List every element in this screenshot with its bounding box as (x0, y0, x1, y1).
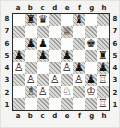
square-c2[interactable]: ♙ (37, 86, 49, 98)
square-g8[interactable] (85, 14, 97, 26)
file-label-h: h (98, 3, 110, 13)
rank-label-7: 7 (110, 25, 120, 37)
rank-label-6: 6 (110, 38, 120, 50)
white-pawn-piece: ♙ (14, 62, 24, 74)
white-pawn-piece: ♙ (50, 74, 60, 86)
white-queen-piece: ♕ (62, 26, 72, 38)
file-labels-top: abcdefgh (12, 3, 110, 13)
file-label-b: b (24, 111, 36, 121)
rank-labels-left: 87654321 (2, 13, 12, 111)
file-label-e: e (61, 3, 73, 13)
board[interactable]: ♜♛♝♕♟♟♚♟♟♟♜♙♙♟♟♙♙♙♟♖♗♙♘♔♖ (12, 13, 110, 111)
square-d8[interactable] (49, 14, 61, 26)
file-label-f: f (73, 3, 85, 13)
white-king-piece: ♔ (86, 86, 96, 98)
square-d6[interactable] (49, 38, 61, 50)
rank-label-8: 8 (110, 13, 120, 25)
square-e4[interactable]: ♙ (61, 62, 73, 74)
square-e2[interactable]: ♘ (61, 86, 73, 98)
rank-label-3: 3 (2, 74, 12, 86)
rank-label-8: 8 (2, 13, 12, 25)
black-pawn-piece: ♟ (38, 50, 48, 62)
square-c1[interactable] (37, 98, 49, 110)
white-pawn-piece: ♙ (74, 74, 84, 86)
rank-label-4: 4 (2, 62, 12, 74)
file-label-c: c (37, 3, 49, 13)
square-e1[interactable] (61, 98, 73, 110)
diagram-layout: abcdefgh 87654321 ♜♛♝♕♟♟♚♟♟♟♜♙♙♟♟♙♙♙♟♖♗♙… (1, 3, 120, 121)
square-c8[interactable]: ♛ (37, 14, 49, 26)
black-king-piece: ♚ (86, 38, 96, 50)
rank-label-2: 2 (110, 87, 120, 99)
rank-label-1: 1 (110, 99, 120, 111)
file-label-a: a (12, 3, 24, 13)
rank-labels-right: 87654321 (110, 13, 120, 111)
file-label-d: d (49, 3, 61, 13)
square-d2[interactable] (49, 86, 61, 98)
rank-label-6: 6 (2, 38, 12, 50)
square-h1[interactable]: ♖ (97, 98, 109, 110)
square-f1[interactable] (73, 98, 85, 110)
square-h3[interactable]: ♖ (97, 74, 109, 86)
square-f3[interactable]: ♙ (73, 74, 85, 86)
file-label-f: f (73, 111, 85, 121)
file-label-b: b (24, 3, 36, 13)
square-g6[interactable]: ♚ (85, 38, 97, 50)
white-bishop-piece: ♗ (26, 86, 36, 98)
file-label-a: a (12, 111, 24, 121)
white-rook-piece: ♖ (98, 98, 108, 110)
square-f8[interactable]: ♝ (73, 14, 85, 26)
rank-label-3: 3 (110, 74, 120, 86)
rank-label-7: 7 (2, 25, 12, 37)
square-a8[interactable] (13, 14, 25, 26)
rank-label-5: 5 (2, 50, 12, 62)
square-d3[interactable]: ♙ (49, 74, 61, 86)
black-bishop-piece: ♝ (74, 14, 84, 26)
file-labels-bottom: abcdefgh (12, 111, 110, 121)
rank-label-4: 4 (110, 62, 120, 74)
square-d1[interactable] (49, 98, 61, 110)
square-a1[interactable] (13, 98, 25, 110)
square-e7[interactable]: ♕ (61, 26, 73, 38)
white-knight-piece: ♘ (62, 86, 72, 98)
black-pawn-piece: ♟ (26, 38, 36, 50)
square-b6[interactable]: ♟ (25, 38, 37, 50)
square-h7[interactable] (97, 26, 109, 38)
square-g2[interactable]: ♔ (85, 86, 97, 98)
square-d5[interactable] (49, 50, 61, 62)
square-f2[interactable] (73, 86, 85, 98)
rank-label-1: 1 (2, 99, 12, 111)
square-f7[interactable] (73, 26, 85, 38)
square-b5[interactable] (25, 50, 37, 62)
square-a4[interactable]: ♙ (13, 62, 25, 74)
square-b1[interactable] (25, 98, 37, 110)
square-c5[interactable]: ♟ (37, 50, 49, 62)
chess-diagram: abcdefgh 87654321 ♜♛♝♕♟♟♚♟♟♟♜♙♙♟♟♙♙♙♟♖♗♙… (0, 0, 120, 128)
square-d7[interactable] (49, 26, 61, 38)
black-rook-piece: ♜ (26, 14, 36, 26)
square-b2[interactable]: ♗ (25, 86, 37, 98)
black-queen-piece: ♛ (38, 14, 48, 26)
file-label-h: h (98, 111, 110, 121)
square-h8[interactable] (97, 14, 109, 26)
rank-label-5: 5 (110, 50, 120, 62)
square-f6[interactable] (73, 38, 85, 50)
file-label-c: c (37, 111, 49, 121)
square-c4[interactable] (37, 62, 49, 74)
white-pawn-piece: ♙ (62, 62, 72, 74)
white-rook-piece: ♖ (98, 74, 108, 86)
file-label-g: g (86, 3, 98, 13)
square-g5[interactable] (85, 50, 97, 62)
white-pawn-piece: ♙ (38, 86, 48, 98)
square-a2[interactable] (13, 86, 25, 98)
rank-label-2: 2 (2, 87, 12, 99)
square-a3[interactable] (13, 74, 25, 86)
square-a7[interactable] (13, 26, 25, 38)
file-label-g: g (86, 111, 98, 121)
file-label-d: d (49, 111, 61, 121)
file-label-e: e (61, 111, 73, 121)
square-b8[interactable]: ♜ (25, 14, 37, 26)
square-g1[interactable] (85, 98, 97, 110)
